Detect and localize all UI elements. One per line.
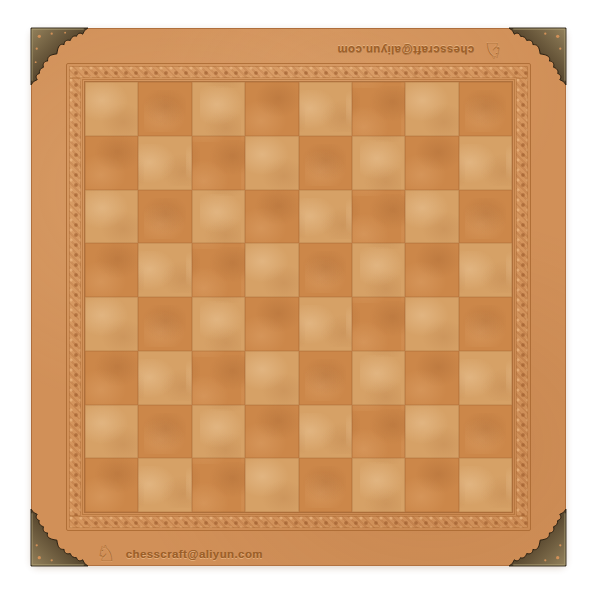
emboss-scroll-band-top [69,66,528,78]
square-f6 [352,190,405,244]
square-b5 [138,243,191,297]
square-c4 [192,297,245,351]
leather-chessboard-mat: ♘ chesscraft@aliyun.com ♘ chesscraft@ali… [31,28,566,566]
square-h4 [459,297,512,351]
square-f7 [352,136,405,190]
square-f8 [352,82,405,136]
square-c1 [192,458,245,512]
emboss-scroll-band-bottom [69,516,528,528]
brand-mark-bottom: ♘ chesscraft@aliyun.com [96,542,263,566]
knight-logo-icon: ♘ [483,40,503,60]
square-e7 [299,136,352,190]
square-c3 [192,351,245,405]
square-a1 [85,458,138,512]
square-d4 [245,297,298,351]
square-a8 [85,82,138,136]
square-b1 [138,458,191,512]
square-f5 [352,243,405,297]
square-b3 [138,351,191,405]
square-f3 [352,351,405,405]
square-g2 [405,405,458,459]
square-e1 [299,458,352,512]
square-h3 [459,351,512,405]
square-e6 [299,190,352,244]
square-f2 [352,405,405,459]
square-e5 [299,243,352,297]
square-g7 [405,136,458,190]
square-d1 [245,458,298,512]
square-g6 [405,190,458,244]
square-a7 [85,136,138,190]
square-e3 [299,351,352,405]
square-c7 [192,136,245,190]
square-h5 [459,243,512,297]
square-e4 [299,297,352,351]
square-b8 [138,82,191,136]
brand-label-bottom: chesscraft@aliyun.com [126,548,263,560]
square-f1 [352,458,405,512]
square-d6 [245,190,298,244]
brand-label-top: chesscraft@aliyun.com [337,44,474,56]
square-d7 [245,136,298,190]
square-h2 [459,405,512,459]
square-a5 [85,243,138,297]
square-b7 [138,136,191,190]
square-a3 [85,351,138,405]
square-h7 [459,136,512,190]
square-e8 [299,82,352,136]
square-b4 [138,297,191,351]
square-c8 [192,82,245,136]
chess-board [84,81,513,513]
knight-logo-icon: ♘ [96,544,116,564]
square-g5 [405,243,458,297]
emboss-scroll-band-left [69,78,81,516]
square-h6 [459,190,512,244]
square-h1 [459,458,512,512]
square-h8 [459,82,512,136]
square-g8 [405,82,458,136]
square-f4 [352,297,405,351]
square-e2 [299,405,352,459]
square-d3 [245,351,298,405]
square-a4 [85,297,138,351]
brand-mark-top: ♘ chesscraft@aliyun.com [353,38,503,62]
square-a2 [85,405,138,459]
square-b2 [138,405,191,459]
square-c6 [192,190,245,244]
square-g3 [405,351,458,405]
square-c2 [192,405,245,459]
square-d5 [245,243,298,297]
square-g4 [405,297,458,351]
square-g1 [405,458,458,512]
square-c5 [192,243,245,297]
square-d2 [245,405,298,459]
square-d8 [245,82,298,136]
emboss-scroll-band-right [516,78,528,516]
square-a6 [85,190,138,244]
square-b6 [138,190,191,244]
